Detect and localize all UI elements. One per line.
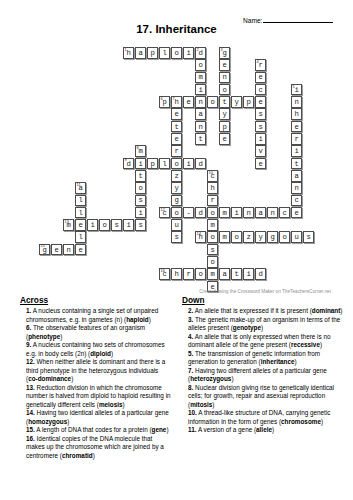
cell-letter: s xyxy=(174,234,178,241)
cell-letter: i xyxy=(198,87,202,94)
cell-letter: l xyxy=(78,197,82,204)
cell-letter: a xyxy=(294,173,298,180)
cell-letter: t xyxy=(138,173,142,180)
cell-letter: i xyxy=(294,87,298,94)
grid-cell-r0-c10[interactable]: l xyxy=(159,47,170,59)
name-blank-line xyxy=(263,16,333,23)
across-heading: Across xyxy=(20,295,171,305)
cell-letter: i xyxy=(186,50,190,57)
down-clue-8: 8. Nuclear division giving rise to genet… xyxy=(182,384,343,410)
grid-cell-r8-c18[interactable]: v xyxy=(255,145,266,157)
cell-letter: e xyxy=(78,222,82,229)
grid-cell-r13-c15[interactable]: m xyxy=(219,207,230,219)
grid-cell-r1-c18[interactable]: 4r xyxy=(255,59,266,71)
cell-letter: d xyxy=(258,271,262,278)
cell-letter: - xyxy=(186,210,190,217)
cell-letter: o xyxy=(174,50,178,57)
down-heading: Down xyxy=(182,295,343,305)
grid-cell-r13-c13[interactable]: d xyxy=(195,207,206,219)
grid-cell-r5-c13[interactable]: a xyxy=(195,108,206,120)
grid-cell-r7-c21[interactable]: r xyxy=(291,133,302,145)
grid-cell-r14-c2[interactable]: 13m xyxy=(63,219,74,231)
clue-number: 11 xyxy=(77,183,81,187)
grid-cell-r11-c8[interactable]: o xyxy=(135,182,146,194)
grid-cell-r4-c18[interactable]: e xyxy=(255,96,266,108)
cell-letter: i xyxy=(138,161,142,168)
grid-cell-r2-c18[interactable]: e xyxy=(255,72,266,84)
clue-number: 16 xyxy=(161,269,165,273)
down-clue-11: 11. A version of a gene (allele) xyxy=(182,426,343,435)
cell-letter: t xyxy=(198,136,202,143)
grid-cell-r6-c11[interactable]: t xyxy=(171,121,182,133)
cell-letter: u xyxy=(294,234,298,241)
grid-cell-r0-c11[interactable]: o xyxy=(171,47,182,59)
across-clue-1: 1. A nucleus containing a single set of … xyxy=(20,307,171,324)
grid-cell-r12-c14[interactable]: r xyxy=(207,195,218,207)
grid-cell-r18-c10[interactable]: 16c xyxy=(159,268,170,280)
down-clue-2: 2. An allele that is expressed if it is … xyxy=(182,307,343,316)
cell-letter: l xyxy=(162,161,166,168)
cell-letter: l xyxy=(162,50,166,57)
cell-letter: n xyxy=(198,124,202,131)
grid-cell-r0-c8[interactable]: a xyxy=(135,47,146,59)
grid-cell-r15-c22[interactable]: s xyxy=(303,231,314,243)
grid-cell-r0-c12[interactable]: i xyxy=(183,47,194,59)
grid-cell-r6-c13[interactable]: n xyxy=(195,121,206,133)
clue-number: 12 xyxy=(161,208,165,212)
worksheet-page: Name: 17. Inheritance 1haploi2d3goe4rmne… xyxy=(0,0,353,500)
cell-letter: a xyxy=(222,271,226,278)
cell-letter: i xyxy=(258,136,262,143)
cell-letter: t xyxy=(294,161,298,168)
grid-cell-r13-c16[interactable]: i xyxy=(231,207,242,219)
grid-cell-r12-c3[interactable]: l xyxy=(75,195,86,207)
down-column: Down 2. An allele that is expressed if i… xyxy=(182,295,343,460)
grid-cell-r6-c21[interactable]: e xyxy=(291,121,302,133)
clue-number: 3 xyxy=(221,48,223,52)
grid-cell-r15-c11[interactable]: s xyxy=(171,231,182,243)
clue-number: 9 xyxy=(125,158,127,162)
clue-number: 6 xyxy=(161,97,163,101)
grid-cell-r7-c13[interactable]: t xyxy=(195,133,206,145)
grid-cell-r0-c13[interactable]: 2d xyxy=(195,47,206,59)
cell-letter: g xyxy=(270,234,274,241)
cell-letter: c xyxy=(282,210,286,217)
grid-cell-r3-c18[interactable]: c xyxy=(255,84,266,96)
cell-letter: s xyxy=(138,222,142,229)
cell-letter: m xyxy=(210,271,214,278)
across-column: Across 1. A nucleus containing a single … xyxy=(20,295,171,460)
grid-cell-r4-c10[interactable]: 6p xyxy=(159,96,170,108)
grid-cell-r14-c6[interactable]: s xyxy=(111,219,122,231)
grid-cell-r14-c3[interactable]: e xyxy=(75,219,86,231)
cell-letter: y xyxy=(222,111,226,118)
cell-letter: d xyxy=(198,161,202,168)
grid-cell-r0-c9[interactable]: p xyxy=(147,47,158,59)
clue-section: Across 1. A nucleus containing a single … xyxy=(20,295,343,460)
cell-letter: e xyxy=(258,99,262,106)
grid-cell-r9-c12[interactable]: i xyxy=(183,158,194,170)
cell-letter: m xyxy=(210,222,214,229)
grid-cell-r6-c15[interactable]: p xyxy=(219,121,230,133)
grid-cell-r14-c5[interactable]: o xyxy=(99,219,110,231)
grid-cell-r15-c15[interactable]: m xyxy=(219,231,230,243)
cell-letter: a xyxy=(198,111,202,118)
cell-letter: t xyxy=(174,124,178,131)
cell-letter: c xyxy=(258,87,262,94)
grid-cell-r3-c13[interactable]: i xyxy=(195,84,206,96)
cell-letter: e xyxy=(54,247,58,254)
cell-letter: n xyxy=(294,185,298,192)
down-clue-3: 3. The genetic make-up of an organism in… xyxy=(182,316,343,333)
grid-cell-r18-c11[interactable]: h xyxy=(171,268,182,280)
cell-letter: z xyxy=(174,173,178,180)
grid-cell-r8-c8[interactable]: 8m xyxy=(135,145,146,157)
cell-letter: o xyxy=(102,222,106,229)
across-clue-9: 9. A nucleus containing two sets of chro… xyxy=(20,341,171,358)
grid-cell-r18-c17[interactable]: i xyxy=(243,268,254,280)
cell-letter: i xyxy=(234,210,238,217)
cell-letter: y xyxy=(258,234,262,241)
cell-letter: m xyxy=(138,148,142,155)
cell-letter: i xyxy=(186,161,190,168)
grid-cell-r11-c11[interactable]: y xyxy=(171,182,182,194)
grid-cell-r5-c21[interactable]: h xyxy=(291,108,302,120)
cell-letter: o xyxy=(174,161,178,168)
cell-letter: i xyxy=(126,222,130,229)
cell-letter: n xyxy=(270,210,274,217)
cell-letter: e xyxy=(258,161,262,168)
cell-letter: o xyxy=(210,210,214,217)
cell-letter: e xyxy=(222,62,226,69)
cell-letter: o xyxy=(282,234,286,241)
grid-cell-r18-c14[interactable]: m xyxy=(207,268,218,280)
cell-letter: p xyxy=(222,124,226,131)
grid-cell-r7-c15[interactable]: e xyxy=(219,133,230,145)
cell-letter: o xyxy=(174,210,178,217)
grid-cell-r13-c8[interactable]: i xyxy=(135,207,146,219)
grid-cell-r18-c15[interactable]: a xyxy=(219,268,230,280)
clue-number: 15 xyxy=(41,244,45,248)
cell-letter: e xyxy=(222,136,226,143)
grid-cell-r18-c16[interactable]: t xyxy=(231,268,242,280)
cell-letter: u xyxy=(174,222,178,229)
across-clue-16: 16. Identical copies of the DNA molecule… xyxy=(20,435,171,461)
cell-letter: a xyxy=(138,50,142,57)
grid-cell-r12-c8[interactable]: s xyxy=(135,195,146,207)
grid-cell-r7-c18[interactable]: i xyxy=(255,133,266,145)
clue-number: 1 xyxy=(125,48,127,52)
cell-letter: r xyxy=(258,62,262,69)
cell-letter: n xyxy=(66,247,70,254)
grid-cell-r13-c17[interactable]: n xyxy=(243,207,254,219)
grid-cell-r11-c14[interactable]: h xyxy=(207,182,218,194)
grid-cell-r4-c13[interactable]: n xyxy=(195,96,206,108)
grid-cell-r0-c15[interactable]: 3g xyxy=(219,47,230,59)
grid-cell-r4-c14[interactable]: o xyxy=(207,96,218,108)
cell-letter: o xyxy=(210,234,214,241)
cell-letter: i xyxy=(246,271,250,278)
cell-letter: r xyxy=(174,148,178,155)
grid-cell-r9-c11[interactable]: o xyxy=(171,158,182,170)
grid-cell-r5-c15[interactable]: y xyxy=(219,108,230,120)
grid-cell-r9-c8[interactable]: i xyxy=(135,158,146,170)
grid-cell-r5-c11[interactable]: e xyxy=(171,108,182,120)
grid-cell-r11-c21[interactable]: n xyxy=(291,182,302,194)
clue-number: 5 xyxy=(293,85,295,89)
cell-letter: e xyxy=(174,136,178,143)
grid-cell-r4-c11[interactable]: 7h xyxy=(171,96,182,108)
cell-letter: o xyxy=(210,259,214,266)
grid-cell-r12-c21[interactable]: c xyxy=(291,195,302,207)
grid-cell-r15-c16[interactable]: o xyxy=(231,231,242,243)
grid-cell-r9-c9[interactable]: p xyxy=(147,158,158,170)
cell-letter: s xyxy=(306,234,310,241)
cell-letter: p xyxy=(150,50,154,57)
cell-letter: h xyxy=(174,271,178,278)
cell-letter: n xyxy=(294,99,298,106)
cell-letter: g xyxy=(222,50,226,57)
cell-letter: m xyxy=(222,234,226,241)
grid-cell-r10-c8[interactable]: t xyxy=(135,170,146,182)
grid-cell-r4-c12[interactable]: e xyxy=(183,96,194,108)
grid-cell-r9-c18[interactable]: e xyxy=(255,158,266,170)
cell-letter: a xyxy=(258,210,262,217)
grid-cell-r3-c21[interactable]: 5i xyxy=(291,84,302,96)
grid-cell-r16-c2[interactable]: n xyxy=(63,244,74,256)
grid-cell-r15-c18[interactable]: y xyxy=(255,231,266,243)
grid-cell-r12-c11[interactable]: g xyxy=(171,195,182,207)
cell-letter: i xyxy=(90,222,94,229)
grid-cell-r17-c14[interactable]: o xyxy=(207,256,218,268)
grid-cell-r9-c21[interactable]: t xyxy=(291,158,302,170)
cell-letter: s xyxy=(258,111,262,118)
cell-letter: s xyxy=(210,247,214,254)
grid-cell-r16-c1[interactable]: e xyxy=(51,244,62,256)
across-clue-14: 14. Having two identical alleles of a pa… xyxy=(20,409,171,426)
grid-cell-r14-c7[interactable]: i xyxy=(123,219,134,231)
grid-cell-r16-c14[interactable]: s xyxy=(207,244,218,256)
cell-letter: p xyxy=(246,99,250,106)
grid-cell-r18-c13[interactable]: o xyxy=(195,268,206,280)
grid-cell-r13-c12[interactable]: - xyxy=(183,207,194,219)
cell-letter: h xyxy=(294,111,298,118)
cell-letter: i xyxy=(138,210,142,217)
attribution-text: Created using the Crossword Maker on The… xyxy=(0,289,331,294)
cell-letter: e xyxy=(258,74,262,81)
cell-letter: o xyxy=(138,185,142,192)
grid-cell-r4-c21[interactable]: n xyxy=(291,96,302,108)
clue-number: 14 xyxy=(197,232,201,236)
grid-cell-r3-c15[interactable]: o xyxy=(219,84,230,96)
cell-letter: r xyxy=(294,136,298,143)
crossword-grid: 1haploi2d3goe4rmneioc5i6p7henotypeneaysh… xyxy=(39,47,315,293)
cell-letter: m xyxy=(198,74,202,81)
grid-cell-r16-c3[interactable]: e xyxy=(75,244,86,256)
cell-letter: m xyxy=(222,210,226,217)
grid-cell-r2-c15[interactable]: n xyxy=(219,72,230,84)
grid-cell-r4-c15[interactable]: t xyxy=(219,96,230,108)
grid-cell-r13-c19[interactable]: n xyxy=(267,207,278,219)
cell-letter: o xyxy=(198,271,202,278)
grid-cell-r18-c18[interactable]: d xyxy=(255,268,266,280)
grid-cell-r9-c13[interactable]: d xyxy=(195,158,206,170)
cell-letter: d xyxy=(198,50,202,57)
grid-cell-r7-c11[interactable]: e xyxy=(171,133,182,145)
grid-cell-r15-c13[interactable]: 14h xyxy=(195,231,206,243)
grid-cell-r13-c10[interactable]: 12c xyxy=(159,207,170,219)
cell-letter: o xyxy=(222,87,226,94)
cell-letter: r xyxy=(186,271,190,278)
cell-letter: e xyxy=(186,99,190,106)
grid-cell-r15-c3[interactable]: l xyxy=(75,231,86,243)
grid-cell-r14-c14[interactable]: m xyxy=(207,219,218,231)
cell-letter: s xyxy=(114,222,118,229)
grid-cell-r13-c11[interactable]: o xyxy=(171,207,182,219)
cell-letter: n xyxy=(198,99,202,106)
cell-letter: p xyxy=(162,99,166,106)
cell-letter: e xyxy=(294,124,298,131)
cell-letter: g xyxy=(174,197,178,204)
cell-letter: n xyxy=(222,74,226,81)
clue-number: 8 xyxy=(137,146,139,150)
down-clue-5: 5. The transmission of genetic informati… xyxy=(182,350,343,367)
cell-letter: s xyxy=(258,124,262,131)
grid-cell-r0-c7[interactable]: 1h xyxy=(123,47,134,59)
cell-letter: c xyxy=(294,197,298,204)
grid-cell-r13-c21[interactable]: e xyxy=(291,207,302,219)
grid-cell-r9-c7[interactable]: 9d xyxy=(123,158,134,170)
across-clue-list: 1. A nucleus containing a single set of … xyxy=(20,307,171,460)
grid-cell-r14-c11[interactable]: u xyxy=(171,219,182,231)
grid-cell-r15-c21[interactable]: u xyxy=(291,231,302,243)
across-clue-12: 12. When neither allele is dominant and … xyxy=(20,358,171,384)
cell-letter: p xyxy=(150,161,154,168)
grid-cell-r14-c4[interactable]: i xyxy=(87,219,98,231)
cell-letter: d xyxy=(198,210,202,217)
grid-cell-r13-c3[interactable]: l xyxy=(75,207,86,219)
cell-letter: o xyxy=(210,99,214,106)
across-clue-6: 6. The observable features of an organis… xyxy=(20,324,171,341)
grid-cell-r10-c14[interactable]: 10c xyxy=(207,170,218,182)
grid-cell-r13-c14[interactable]: o xyxy=(207,207,218,219)
clue-number: 13 xyxy=(65,220,69,224)
page-title: 17. Inheritance xyxy=(0,23,353,35)
across-clue-15: 15. A length of DNA that codes for a pro… xyxy=(20,426,171,435)
cell-letter: h xyxy=(126,50,130,57)
grid-cell-r5-c18[interactable]: s xyxy=(255,108,266,120)
cell-letter: o xyxy=(234,234,238,241)
cell-letter: i xyxy=(294,148,298,155)
cell-letter: h xyxy=(210,185,214,192)
clue-number: 7 xyxy=(173,97,175,101)
grid-cell-r1-c15[interactable]: e xyxy=(219,59,230,71)
clue-number: 4 xyxy=(257,60,259,64)
cell-letter: o xyxy=(198,62,202,69)
cell-letter: e xyxy=(174,111,178,118)
grid-cell-r15-c17[interactable]: z xyxy=(243,231,254,243)
grid-cell-r15-c14[interactable]: o xyxy=(207,231,218,243)
clue-number: 10 xyxy=(209,171,213,175)
cell-letter: y xyxy=(234,99,238,106)
grid-cell-r11-c3[interactable]: 11a xyxy=(75,182,86,194)
cell-letter: s xyxy=(138,197,142,204)
grid-cell-r14-c8[interactable]: s xyxy=(135,219,146,231)
clue-number: 2 xyxy=(197,48,199,52)
cell-letter: z xyxy=(246,234,250,241)
cell-letter: y xyxy=(174,185,178,192)
down-clue-list: 2. An allele that is expressed if it is … xyxy=(182,307,343,435)
grid-cell-r2-c13[interactable]: m xyxy=(195,72,206,84)
grid-cell-r10-c21[interactable]: a xyxy=(291,170,302,182)
cell-letter: t xyxy=(222,99,226,106)
cell-letter: r xyxy=(210,197,214,204)
grid-cell-r4-c17[interactable]: p xyxy=(243,96,254,108)
cell-letter: n xyxy=(246,210,250,217)
grid-cell-r15-c20[interactable]: o xyxy=(279,231,290,243)
grid-cell-r8-c21[interactable]: i xyxy=(291,145,302,157)
grid-cell-r8-c11[interactable]: r xyxy=(171,145,182,157)
grid-cell-r18-c12[interactable]: r xyxy=(183,268,194,280)
grid-cell-r13-c18[interactable]: a xyxy=(255,207,266,219)
cell-letter: d xyxy=(126,161,130,168)
down-clue-4: 4. An allele that is only expressed when… xyxy=(182,333,343,350)
grid-cell-r1-c13[interactable]: o xyxy=(195,59,206,71)
grid-cell-r15-c19[interactable]: g xyxy=(267,231,278,243)
down-clue-10: 10. A thread-like structure of DNA, carr… xyxy=(182,409,343,426)
grid-cell-r9-c10[interactable]: l xyxy=(159,158,170,170)
down-clue-7: 7. Having two different alleles of a par… xyxy=(182,367,343,384)
across-clue-13: 13. Reduction division in which the chro… xyxy=(20,384,171,410)
grid-cell-r6-c18[interactable]: s xyxy=(255,121,266,133)
cell-letter: l xyxy=(78,234,82,241)
cell-letter: h xyxy=(174,99,178,106)
grid-cell-r10-c11[interactable]: z xyxy=(171,170,182,182)
cell-letter: l xyxy=(78,210,82,217)
grid-cell-r13-c20[interactable]: c xyxy=(279,207,290,219)
cell-letter: e xyxy=(78,247,82,254)
cell-letter: e xyxy=(294,210,298,217)
grid-cell-r16-c0[interactable]: 15g xyxy=(39,244,50,256)
cell-letter: v xyxy=(258,148,262,155)
cell-letter: t xyxy=(234,271,238,278)
grid-cell-r4-c16[interactable]: y xyxy=(231,96,242,108)
